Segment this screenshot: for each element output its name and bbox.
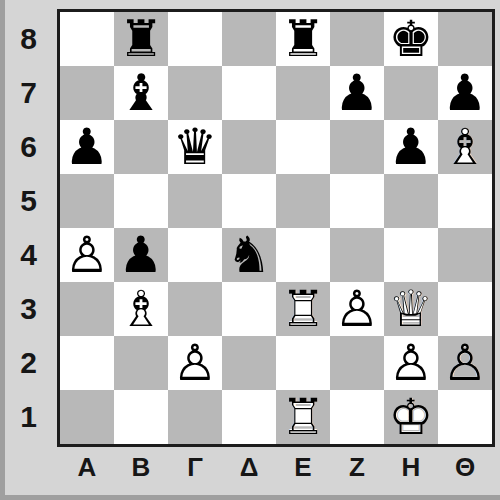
square-b5[interactable] bbox=[114, 174, 168, 228]
piece-outline-layer: ♕ bbox=[384, 282, 438, 336]
piece-outline-layer: ♗ bbox=[114, 282, 168, 336]
square-h8[interactable] bbox=[438, 12, 492, 66]
square-b7[interactable]: ♝ bbox=[114, 66, 168, 120]
piece-outline-layer: ♙ bbox=[60, 228, 114, 282]
square-e8[interactable]: ♜ bbox=[276, 12, 330, 66]
square-e5[interactable] bbox=[276, 174, 330, 228]
piece-white-pawn[interactable]: ♙♙ bbox=[60, 228, 114, 282]
square-d4[interactable]: ♞ bbox=[222, 228, 276, 282]
square-f8[interactable] bbox=[330, 12, 384, 66]
rank-label-4: 4 bbox=[0, 228, 57, 282]
piece-black-pawn[interactable]: ♟ bbox=[438, 66, 492, 120]
square-b6[interactable] bbox=[114, 120, 168, 174]
rank-label-1: 1 bbox=[0, 390, 57, 444]
square-f1[interactable] bbox=[330, 390, 384, 444]
square-e3[interactable]: ♜♖ bbox=[276, 282, 330, 336]
square-f5[interactable] bbox=[330, 174, 384, 228]
square-f4[interactable] bbox=[330, 228, 384, 282]
piece-black-king[interactable]: ♚ bbox=[384, 12, 438, 66]
square-b4[interactable]: ♟ bbox=[114, 228, 168, 282]
square-c1[interactable] bbox=[168, 390, 222, 444]
piece-black-pawn[interactable]: ♟ bbox=[384, 120, 438, 174]
piece-outline-layer: ♙ bbox=[168, 336, 222, 390]
rank-label-3: 3 bbox=[0, 282, 57, 336]
square-h5[interactable] bbox=[438, 174, 492, 228]
piece-black-bishop[interactable]: ♝ bbox=[114, 66, 168, 120]
square-e4[interactable] bbox=[276, 228, 330, 282]
square-a3[interactable] bbox=[60, 282, 114, 336]
square-g2[interactable]: ♙♙ bbox=[384, 336, 438, 390]
board: ♜♜♚♝♟♟♟♛♟♝♗♙♙♟♞♝♗♜♖♙♙♛♕♙♙♙♙♙♙♜♖♚♔ bbox=[60, 12, 492, 444]
square-d1[interactable] bbox=[222, 390, 276, 444]
square-g8[interactable]: ♚ bbox=[384, 12, 438, 66]
square-f3[interactable]: ♙♙ bbox=[330, 282, 384, 336]
square-h3[interactable] bbox=[438, 282, 492, 336]
piece-white-pawn[interactable]: ♙♙ bbox=[330, 282, 384, 336]
square-g1[interactable]: ♚♔ bbox=[384, 390, 438, 444]
square-e7[interactable] bbox=[276, 66, 330, 120]
square-h4[interactable] bbox=[438, 228, 492, 282]
square-g5[interactable] bbox=[384, 174, 438, 228]
square-d7[interactable] bbox=[222, 66, 276, 120]
piece-outline-layer: ♖ bbox=[276, 282, 330, 336]
piece-black-rook[interactable]: ♜ bbox=[114, 12, 168, 66]
square-g3[interactable]: ♛♕ bbox=[384, 282, 438, 336]
square-d3[interactable] bbox=[222, 282, 276, 336]
file-labels: ΑΒΓΔΕΖΗΘ bbox=[60, 450, 492, 484]
file-label-c: Γ bbox=[168, 450, 222, 484]
piece-black-queen[interactable]: ♛ bbox=[168, 120, 222, 174]
piece-outline-layer: ♔ bbox=[384, 390, 438, 444]
file-label-b: Β bbox=[114, 450, 168, 484]
square-h2[interactable]: ♙♙ bbox=[438, 336, 492, 390]
square-h7[interactable]: ♟ bbox=[438, 66, 492, 120]
piece-white-pawn[interactable]: ♙♙ bbox=[168, 336, 222, 390]
bottom-edge-shade bbox=[0, 495, 500, 500]
square-a5[interactable] bbox=[60, 174, 114, 228]
piece-white-king[interactable]: ♚♔ bbox=[384, 390, 438, 444]
piece-black-pawn[interactable]: ♟ bbox=[330, 66, 384, 120]
square-c6[interactable]: ♛ bbox=[168, 120, 222, 174]
square-h6[interactable]: ♝♗ bbox=[438, 120, 492, 174]
square-d8[interactable] bbox=[222, 12, 276, 66]
piece-white-bishop[interactable]: ♝♗ bbox=[114, 282, 168, 336]
square-a4[interactable]: ♙♙ bbox=[60, 228, 114, 282]
square-g6[interactable]: ♟ bbox=[384, 120, 438, 174]
square-c8[interactable] bbox=[168, 12, 222, 66]
piece-outline-layer: ♙ bbox=[384, 336, 438, 390]
piece-white-pawn[interactable]: ♙♙ bbox=[438, 336, 492, 390]
square-a1[interactable] bbox=[60, 390, 114, 444]
square-d2[interactable] bbox=[222, 336, 276, 390]
square-a7[interactable] bbox=[60, 66, 114, 120]
piece-black-rook[interactable]: ♜ bbox=[276, 12, 330, 66]
square-e6[interactable] bbox=[276, 120, 330, 174]
square-c2[interactable]: ♙♙ bbox=[168, 336, 222, 390]
piece-black-knight[interactable]: ♞ bbox=[222, 228, 276, 282]
piece-black-pawn[interactable]: ♟ bbox=[114, 228, 168, 282]
rank-label-8: 8 bbox=[0, 12, 57, 66]
square-g4[interactable] bbox=[384, 228, 438, 282]
file-label-g: Η bbox=[384, 450, 438, 484]
chess-diagram: 87654321 ♜♜♚♝♟♟♟♛♟♝♗♙♙♟♞♝♗♜♖♙♙♛♕♙♙♙♙♙♙♜♖… bbox=[0, 0, 500, 500]
piece-outline-layer: ♙ bbox=[438, 336, 492, 390]
square-b2[interactable] bbox=[114, 336, 168, 390]
square-h1[interactable] bbox=[438, 390, 492, 444]
piece-white-rook[interactable]: ♜♖ bbox=[276, 390, 330, 444]
square-a2[interactable] bbox=[60, 336, 114, 390]
rank-label-6: 6 bbox=[0, 120, 57, 174]
square-f7[interactable]: ♟ bbox=[330, 66, 384, 120]
piece-white-queen[interactable]: ♛♕ bbox=[384, 282, 438, 336]
rank-label-2: 2 bbox=[0, 336, 57, 390]
piece-black-pawn[interactable]: ♟ bbox=[60, 120, 114, 174]
file-label-d: Δ bbox=[222, 450, 276, 484]
square-a6[interactable]: ♟ bbox=[60, 120, 114, 174]
rank-label-5: 5 bbox=[0, 174, 57, 228]
piece-white-bishop[interactable]: ♝♗ bbox=[438, 120, 492, 174]
square-b8[interactable]: ♜ bbox=[114, 12, 168, 66]
piece-outline-layer: ♗ bbox=[438, 120, 492, 174]
piece-outline-layer: ♖ bbox=[276, 390, 330, 444]
board-frame: ♜♜♚♝♟♟♟♛♟♝♗♙♙♟♞♝♗♜♖♙♙♛♕♙♙♙♙♙♙♜♖♚♔ bbox=[57, 9, 495, 447]
square-b1[interactable] bbox=[114, 390, 168, 444]
square-c7[interactable] bbox=[168, 66, 222, 120]
square-c4[interactable] bbox=[168, 228, 222, 282]
file-label-f: Ζ bbox=[330, 450, 384, 484]
square-f2[interactable] bbox=[330, 336, 384, 390]
square-a8[interactable] bbox=[60, 12, 114, 66]
piece-white-rook[interactable]: ♜♖ bbox=[276, 282, 330, 336]
square-e2[interactable] bbox=[276, 336, 330, 390]
square-d6[interactable] bbox=[222, 120, 276, 174]
square-d5[interactable] bbox=[222, 174, 276, 228]
rank-label-7: 7 bbox=[0, 66, 57, 120]
square-c3[interactable] bbox=[168, 282, 222, 336]
piece-outline-layer: ♙ bbox=[330, 282, 384, 336]
square-e1[interactable]: ♜♖ bbox=[276, 390, 330, 444]
rank-labels: 87654321 bbox=[0, 12, 57, 444]
piece-white-pawn[interactable]: ♙♙ bbox=[384, 336, 438, 390]
file-label-e: Ε bbox=[276, 450, 330, 484]
square-f6[interactable] bbox=[330, 120, 384, 174]
file-label-a: Α bbox=[60, 450, 114, 484]
square-b3[interactable]: ♝♗ bbox=[114, 282, 168, 336]
file-label-h: Θ bbox=[438, 450, 492, 484]
square-g7[interactable] bbox=[384, 66, 438, 120]
square-c5[interactable] bbox=[168, 174, 222, 228]
